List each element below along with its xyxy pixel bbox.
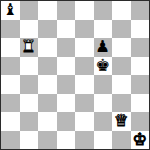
square-f1[interactable] xyxy=(94,131,113,150)
square-c7[interactable] xyxy=(38,20,57,39)
square-g4[interactable] xyxy=(112,75,131,94)
square-f5[interactable]: ♚ xyxy=(94,57,113,76)
square-e2[interactable] xyxy=(75,112,94,131)
square-f7[interactable] xyxy=(94,20,113,39)
square-f6[interactable]: ♟ xyxy=(94,38,113,57)
black-king-f5: ♚ xyxy=(95,57,110,74)
square-e1[interactable] xyxy=(75,131,94,150)
square-b6[interactable]: ♜ xyxy=(20,38,39,57)
square-b7[interactable] xyxy=(20,20,39,39)
square-a2[interactable] xyxy=(1,112,20,131)
square-d3[interactable] xyxy=(57,94,76,113)
white-queen-g2: ♛ xyxy=(114,113,129,130)
square-e3[interactable] xyxy=(75,94,94,113)
square-d5[interactable] xyxy=(57,57,76,76)
white-king-h1: ♚ xyxy=(132,131,147,148)
square-d7[interactable] xyxy=(57,20,76,39)
square-h6[interactable] xyxy=(131,38,150,57)
square-h8[interactable] xyxy=(131,1,150,20)
square-g1[interactable] xyxy=(112,131,131,150)
square-c3[interactable] xyxy=(38,94,57,113)
square-c6[interactable] xyxy=(38,38,57,57)
chess-diagram: ♝♜♟♚♛♚ xyxy=(0,0,150,150)
chess-board: ♝♜♟♚♛♚ xyxy=(0,0,150,150)
square-a8[interactable]: ♝ xyxy=(1,1,20,20)
square-a3[interactable] xyxy=(1,94,20,113)
square-h2[interactable] xyxy=(131,112,150,131)
square-h4[interactable] xyxy=(131,75,150,94)
square-a1[interactable] xyxy=(1,131,20,150)
square-a4[interactable] xyxy=(1,75,20,94)
square-e7[interactable] xyxy=(75,20,94,39)
square-b5[interactable] xyxy=(20,57,39,76)
square-h5[interactable] xyxy=(131,57,150,76)
square-f8[interactable] xyxy=(94,1,113,20)
square-b3[interactable] xyxy=(20,94,39,113)
square-h1[interactable]: ♚ xyxy=(131,131,150,150)
square-g8[interactable] xyxy=(112,1,131,20)
square-c5[interactable] xyxy=(38,57,57,76)
square-f4[interactable] xyxy=(94,75,113,94)
square-d2[interactable] xyxy=(57,112,76,131)
square-f3[interactable] xyxy=(94,94,113,113)
square-b8[interactable] xyxy=(20,1,39,20)
square-g6[interactable] xyxy=(112,38,131,57)
square-b2[interactable] xyxy=(20,112,39,131)
square-e5[interactable] xyxy=(75,57,94,76)
square-d6[interactable] xyxy=(57,38,76,57)
square-a5[interactable] xyxy=(1,57,20,76)
square-g7[interactable] xyxy=(112,20,131,39)
square-h3[interactable] xyxy=(131,94,150,113)
black-bishop-a8: ♝ xyxy=(3,2,18,19)
square-e4[interactable] xyxy=(75,75,94,94)
square-f2[interactable] xyxy=(94,112,113,131)
square-a7[interactable] xyxy=(1,20,20,39)
square-c1[interactable] xyxy=(38,131,57,150)
square-b1[interactable] xyxy=(20,131,39,150)
square-d1[interactable] xyxy=(57,131,76,150)
square-g3[interactable] xyxy=(112,94,131,113)
black-pawn-f6: ♟ xyxy=(95,39,110,56)
square-g2[interactable]: ♛ xyxy=(112,112,131,131)
white-rook-b6: ♜ xyxy=(21,39,36,56)
square-c4[interactable] xyxy=(38,75,57,94)
square-e8[interactable] xyxy=(75,1,94,20)
square-b4[interactable] xyxy=(20,75,39,94)
square-d4[interactable] xyxy=(57,75,76,94)
square-d8[interactable] xyxy=(57,1,76,20)
square-e6[interactable] xyxy=(75,38,94,57)
square-g5[interactable] xyxy=(112,57,131,76)
square-c8[interactable] xyxy=(38,1,57,20)
square-h7[interactable] xyxy=(131,20,150,39)
square-c2[interactable] xyxy=(38,112,57,131)
square-a6[interactable] xyxy=(1,38,20,57)
